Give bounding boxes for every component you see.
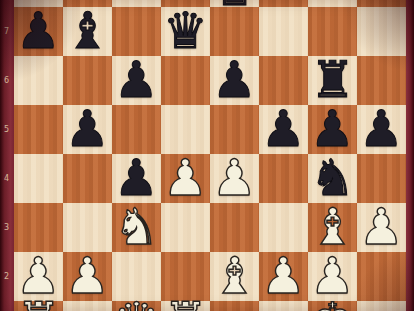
square-e5[interactable] xyxy=(210,105,259,154)
square-b2[interactable]: ♟ xyxy=(63,252,112,301)
square-h5[interactable]: ♟ xyxy=(357,105,406,154)
rank-label-5: 5 xyxy=(1,125,12,135)
square-a4[interactable] xyxy=(14,154,63,203)
square-e8[interactable]: ♚ xyxy=(210,0,259,7)
white-pawn[interactable]: ♟ xyxy=(261,252,306,301)
board-border-left: 7 6 5 4 3 2 xyxy=(0,0,14,311)
square-d3[interactable] xyxy=(161,203,210,252)
board-border-right xyxy=(406,0,414,311)
square-a6[interactable] xyxy=(14,56,63,105)
square-e7[interactable] xyxy=(210,7,259,56)
white-pawn[interactable]: ♟ xyxy=(65,252,110,301)
white-queen[interactable]: ♛ xyxy=(114,297,159,311)
white-pawn[interactable]: ♟ xyxy=(163,154,208,203)
square-c6[interactable]: ♟ xyxy=(112,56,161,105)
black-pawn[interactable]: ♟ xyxy=(16,7,61,56)
square-h7[interactable] xyxy=(357,7,406,56)
square-f6[interactable] xyxy=(259,56,308,105)
black-bishop[interactable]: ♝ xyxy=(65,7,110,56)
square-f7[interactable] xyxy=(259,7,308,56)
rank-label-7: 7 xyxy=(1,27,12,37)
black-pawn[interactable]: ♟ xyxy=(261,105,306,154)
rank-label-4: 4 xyxy=(1,174,12,184)
black-rook[interactable]: ♜ xyxy=(310,56,355,105)
square-e3[interactable] xyxy=(210,203,259,252)
black-pawn[interactable]: ♟ xyxy=(65,105,110,154)
square-g1[interactable]: ♚ xyxy=(308,301,357,311)
rank-label-2: 2 xyxy=(1,272,12,282)
black-pawn[interactable]: ♟ xyxy=(310,105,355,154)
square-g6[interactable]: ♜ xyxy=(308,56,357,105)
square-h1[interactable] xyxy=(357,301,406,311)
square-h2[interactable] xyxy=(357,252,406,301)
square-a7[interactable]: ♟ xyxy=(14,7,63,56)
square-d4[interactable]: ♟ xyxy=(161,154,210,203)
square-e2[interactable]: ♝ xyxy=(210,252,259,301)
white-rook[interactable]: ♜ xyxy=(16,297,61,311)
square-b4[interactable] xyxy=(63,154,112,203)
square-e6[interactable]: ♟ xyxy=(210,56,259,105)
black-pawn[interactable]: ♟ xyxy=(212,56,257,105)
black-pawn[interactable]: ♟ xyxy=(114,56,159,105)
square-f2[interactable]: ♟ xyxy=(259,252,308,301)
square-b1[interactable] xyxy=(63,301,112,311)
square-b5[interactable]: ♟ xyxy=(63,105,112,154)
square-a3[interactable] xyxy=(14,203,63,252)
square-c3[interactable]: ♞ xyxy=(112,203,161,252)
square-g8[interactable] xyxy=(308,0,357,7)
square-g3[interactable]: ♝ xyxy=(308,203,357,252)
square-h4[interactable] xyxy=(357,154,406,203)
square-a1[interactable]: ♜ xyxy=(14,301,63,311)
square-f4[interactable] xyxy=(259,154,308,203)
square-h3[interactable]: ♟ xyxy=(357,203,406,252)
square-e4[interactable]: ♟ xyxy=(210,154,259,203)
white-rook[interactable]: ♜ xyxy=(163,297,208,311)
white-pawn[interactable]: ♟ xyxy=(212,154,257,203)
black-pawn[interactable]: ♟ xyxy=(114,154,159,203)
square-a5[interactable] xyxy=(14,105,63,154)
square-b7[interactable]: ♝ xyxy=(63,7,112,56)
square-c8[interactable] xyxy=(112,0,161,7)
chess-board-frame: ♚♟♝♛♟♟♜♟♟♟♟♟♟♟♞♞♝♟♟♟♝♟♟♜♛♜♚ 7 6 5 4 3 2 xyxy=(0,0,414,311)
square-h6[interactable] xyxy=(357,56,406,105)
square-f1[interactable] xyxy=(259,301,308,311)
rank-label-3: 3 xyxy=(1,223,12,233)
square-g5[interactable]: ♟ xyxy=(308,105,357,154)
rank-label-6: 6 xyxy=(1,76,12,86)
chess-board: ♚♟♝♛♟♟♜♟♟♟♟♟♟♟♞♞♝♟♟♟♝♟♟♜♛♜♚ xyxy=(14,0,406,311)
square-d5[interactable] xyxy=(161,105,210,154)
square-c4[interactable]: ♟ xyxy=(112,154,161,203)
square-d6[interactable] xyxy=(161,56,210,105)
square-c5[interactable] xyxy=(112,105,161,154)
white-king[interactable]: ♚ xyxy=(310,297,355,311)
square-c1[interactable]: ♛ xyxy=(112,301,161,311)
square-g7[interactable] xyxy=(308,7,357,56)
square-f8[interactable] xyxy=(259,0,308,7)
square-b3[interactable] xyxy=(63,203,112,252)
black-knight[interactable]: ♞ xyxy=(310,154,355,203)
white-bishop[interactable]: ♝ xyxy=(212,252,257,301)
white-knight[interactable]: ♞ xyxy=(114,203,159,252)
square-c7[interactable] xyxy=(112,7,161,56)
square-b6[interactable] xyxy=(63,56,112,105)
black-pawn[interactable]: ♟ xyxy=(359,105,404,154)
black-queen[interactable]: ♛ xyxy=(163,7,208,56)
white-bishop[interactable]: ♝ xyxy=(310,203,355,252)
square-d7[interactable]: ♛ xyxy=(161,7,210,56)
square-h8[interactable] xyxy=(357,0,406,7)
white-pawn[interactable]: ♟ xyxy=(359,203,404,252)
square-e1[interactable] xyxy=(210,301,259,311)
square-f3[interactable] xyxy=(259,203,308,252)
square-g4[interactable]: ♞ xyxy=(308,154,357,203)
square-f5[interactable]: ♟ xyxy=(259,105,308,154)
square-d1[interactable]: ♜ xyxy=(161,301,210,311)
